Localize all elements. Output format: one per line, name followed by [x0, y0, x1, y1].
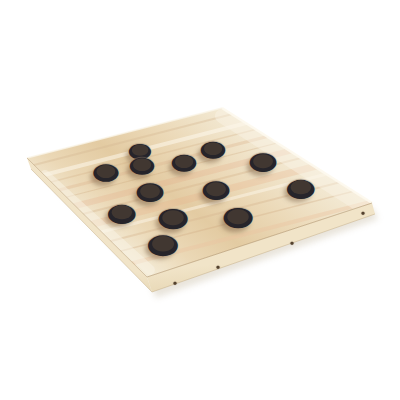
screw-hole: [362, 212, 365, 215]
pieces-layer: ●●●●●●●●●●●●●: [0, 0, 400, 400]
screw-hole: [217, 266, 220, 269]
game-disc-10[interactable]: ●: [106, 200, 137, 225]
game-disc-12[interactable]: ●: [221, 203, 254, 230]
game-disc-9[interactable]: ●: [285, 175, 316, 200]
screw-hole: [291, 242, 294, 245]
game-disc-2[interactable]: ●: [199, 137, 227, 159]
game-disc-5[interactable]: ●: [248, 149, 279, 174]
screw-hole: [174, 282, 177, 285]
product-photo: ●●●●●●●●●●●●●: [0, 0, 400, 400]
game-disc-13[interactable]: ●: [146, 230, 180, 257]
game-disc-7[interactable]: ●: [135, 179, 166, 204]
game-disc-4[interactable]: ●: [170, 150, 198, 172]
game-disc-3[interactable]: ●: [128, 153, 156, 175]
game-disc-8[interactable]: ●: [201, 177, 232, 202]
game-disc-6[interactable]: ●: [92, 160, 121, 183]
